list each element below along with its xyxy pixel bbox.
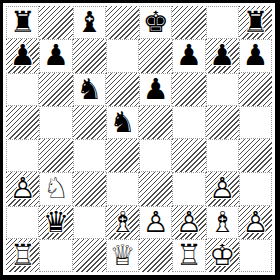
square-a3[interactable]: ♟♙ bbox=[6, 172, 39, 205]
square-b5[interactable] bbox=[39, 106, 72, 139]
square-g5[interactable] bbox=[206, 106, 239, 139]
square-a8[interactable]: ♜ bbox=[6, 6, 39, 39]
square-d8[interactable] bbox=[106, 6, 139, 39]
square-f7[interactable]: ♟ bbox=[172, 39, 205, 72]
square-a7[interactable]: ♟ bbox=[6, 39, 39, 72]
square-h1[interactable] bbox=[239, 239, 272, 272]
white-bishop-icon: ♝♗ bbox=[106, 206, 139, 239]
black-queen-icon: ♛ bbox=[39, 206, 72, 239]
square-h3[interactable] bbox=[239, 172, 272, 205]
square-h6[interactable] bbox=[239, 73, 272, 106]
square-c7[interactable] bbox=[73, 39, 106, 72]
square-a1[interactable]: ♜♖ bbox=[6, 239, 39, 272]
square-h5[interactable] bbox=[239, 106, 272, 139]
square-b6[interactable] bbox=[39, 73, 72, 106]
black-bishop-icon: ♝ bbox=[73, 6, 106, 39]
square-f5[interactable] bbox=[172, 106, 205, 139]
square-e4[interactable] bbox=[139, 139, 172, 172]
square-g1[interactable]: ♚♔ bbox=[206, 239, 239, 272]
square-g2[interactable]: ♝♗ bbox=[206, 206, 239, 239]
square-g8[interactable] bbox=[206, 6, 239, 39]
black-pawn-icon: ♟ bbox=[6, 39, 39, 72]
square-d3[interactable] bbox=[106, 172, 139, 205]
square-h8[interactable]: ♜ bbox=[239, 6, 272, 39]
white-queen-icon: ♛♕ bbox=[106, 239, 139, 272]
square-a2[interactable] bbox=[6, 206, 39, 239]
black-rook-icon: ♜ bbox=[239, 6, 272, 39]
black-pawn-icon: ♟ bbox=[172, 39, 205, 72]
square-f8[interactable] bbox=[172, 6, 205, 39]
square-h2[interactable]: ♟♙ bbox=[239, 206, 272, 239]
square-d4[interactable] bbox=[106, 139, 139, 172]
square-b8[interactable] bbox=[39, 6, 72, 39]
black-pawn-icon: ♟ bbox=[139, 73, 172, 106]
black-pawn-icon: ♟ bbox=[239, 39, 272, 72]
black-knight-icon: ♞ bbox=[73, 73, 106, 106]
square-f1[interactable]: ♜♖ bbox=[172, 239, 205, 272]
square-e6[interactable]: ♟ bbox=[139, 73, 172, 106]
black-pawn-icon: ♟ bbox=[39, 39, 72, 72]
square-h7[interactable]: ♟ bbox=[239, 39, 272, 72]
square-f3[interactable] bbox=[172, 172, 205, 205]
square-a6[interactable] bbox=[6, 73, 39, 106]
square-e7[interactable] bbox=[139, 39, 172, 72]
white-knight-icon: ♞♘ bbox=[39, 172, 72, 205]
square-d7[interactable] bbox=[106, 39, 139, 72]
square-d6[interactable] bbox=[106, 73, 139, 106]
square-c8[interactable]: ♝ bbox=[73, 6, 106, 39]
square-e2[interactable]: ♟♙ bbox=[139, 206, 172, 239]
square-d5[interactable]: ♞ bbox=[106, 106, 139, 139]
square-c2[interactable] bbox=[73, 206, 106, 239]
board-frame: ♜♝♚♜♟♟♟♟♟♞♟♞♟♙♞♘♟♙♛♝♗♟♙♟♙♝♗♟♙♜♖♛♕♜♖♚♔ bbox=[0, 0, 280, 280]
square-b4[interactable] bbox=[39, 139, 72, 172]
white-bishop-icon: ♝♗ bbox=[206, 206, 239, 239]
square-g7[interactable]: ♟ bbox=[206, 39, 239, 72]
chess-diagram: ♜♝♚♜♟♟♟♟♟♞♟♞♟♙♞♘♟♙♛♝♗♟♙♟♙♝♗♟♙♜♖♛♕♜♖♚♔ bbox=[0, 0, 280, 280]
square-c5[interactable] bbox=[73, 106, 106, 139]
white-rook-icon: ♜♖ bbox=[6, 239, 39, 272]
white-pawn-icon: ♟♙ bbox=[172, 206, 205, 239]
square-e8[interactable]: ♚ bbox=[139, 6, 172, 39]
square-d1[interactable]: ♛♕ bbox=[106, 239, 139, 272]
square-c1[interactable] bbox=[73, 239, 106, 272]
black-pawn-icon: ♟ bbox=[206, 39, 239, 72]
square-g4[interactable] bbox=[206, 139, 239, 172]
black-king-icon: ♚ bbox=[139, 6, 172, 39]
square-c6[interactable]: ♞ bbox=[73, 73, 106, 106]
black-knight-icon: ♞ bbox=[106, 106, 139, 139]
white-pawn-icon: ♟♙ bbox=[6, 172, 39, 205]
square-b1[interactable] bbox=[39, 239, 72, 272]
white-pawn-icon: ♟♙ bbox=[206, 172, 239, 205]
square-g3[interactable]: ♟♙ bbox=[206, 172, 239, 205]
chess-board: ♜♝♚♜♟♟♟♟♟♞♟♞♟♙♞♘♟♙♛♝♗♟♙♟♙♝♗♟♙♜♖♛♕♜♖♚♔ bbox=[6, 6, 272, 272]
square-c4[interactable] bbox=[73, 139, 106, 172]
square-g6[interactable] bbox=[206, 73, 239, 106]
square-f4[interactable] bbox=[172, 139, 205, 172]
square-a4[interactable] bbox=[6, 139, 39, 172]
square-a5[interactable] bbox=[6, 106, 39, 139]
white-pawn-icon: ♟♙ bbox=[139, 206, 172, 239]
square-b2[interactable]: ♛ bbox=[39, 206, 72, 239]
square-b7[interactable]: ♟ bbox=[39, 39, 72, 72]
square-e1[interactable] bbox=[139, 239, 172, 272]
white-king-icon: ♚♔ bbox=[206, 239, 239, 272]
white-rook-icon: ♜♖ bbox=[172, 239, 205, 272]
black-rook-icon: ♜ bbox=[6, 6, 39, 39]
white-pawn-icon: ♟♙ bbox=[239, 206, 272, 239]
square-c3[interactable] bbox=[73, 172, 106, 205]
square-b3[interactable]: ♞♘ bbox=[39, 172, 72, 205]
square-h4[interactable] bbox=[239, 139, 272, 172]
square-e5[interactable] bbox=[139, 106, 172, 139]
square-d2[interactable]: ♝♗ bbox=[106, 206, 139, 239]
square-f6[interactable] bbox=[172, 73, 205, 106]
square-f2[interactable]: ♟♙ bbox=[172, 206, 205, 239]
square-e3[interactable] bbox=[139, 172, 172, 205]
